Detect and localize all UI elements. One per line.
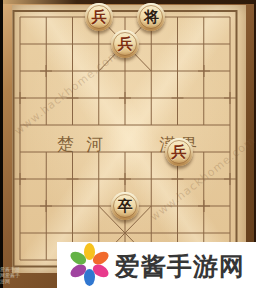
- river-label-left: 楚河: [57, 133, 115, 156]
- piece-red-soldier-2[interactable]: 兵: [111, 30, 139, 58]
- site-banner: 爱酱手游网: [57, 242, 256, 288]
- piece-char: 将: [144, 10, 159, 25]
- piece-char: 兵: [118, 37, 133, 52]
- piece-char: 卒: [118, 199, 133, 214]
- site-name-text: 爱酱手游网: [115, 250, 245, 283]
- piece-black-soldier[interactable]: 卒: [111, 192, 139, 220]
- piece-char: 兵: [171, 145, 186, 160]
- piece-red-soldier-1[interactable]: 兵: [85, 3, 113, 31]
- corner-watermark: 爱酱手游网爱酱手游网: [0, 266, 20, 284]
- piece-red-soldier-3[interactable]: 兵: [165, 138, 193, 166]
- xiangqi-game-screenshot: 楚河 漢界 www.hackhome.com www.hackhome.com …: [0, 0, 256, 288]
- piece-char: 兵: [91, 10, 106, 25]
